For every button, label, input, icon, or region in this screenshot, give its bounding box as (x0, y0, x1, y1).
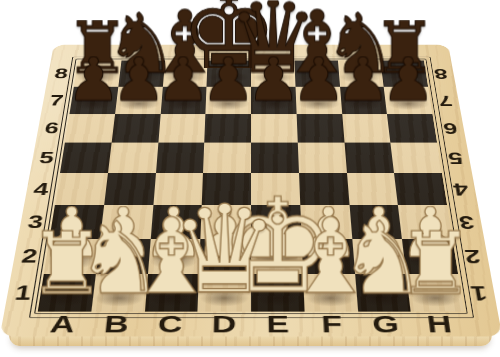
pieces-layer: ♜♞♝♚♛♝♞♜♟♟♟♟♟♟♟♟♟♟♟♟♟♟♟♟♜♞♝♛♚♝♞♜ (0, 45, 500, 337)
chess-set-product-photo: 88A77B66C55D44E33F22G11H ♜♞♝♚♛♝♞♜♟♟♟♟♟♟♟… (0, 0, 500, 357)
chess-board: 88A77B66C55D44E33F22G11H ♜♞♝♚♛♝♞♜♟♟♟♟♟♟♟… (0, 45, 500, 337)
board-scene: 88A77B66C55D44E33F22G11H ♜♞♝♚♛♝♞♜♟♟♟♟♟♟♟… (30, 0, 472, 357)
piece-white-bishop-f1[interactable]: ♝ (247, 215, 413, 298)
piece-white-bishop-c1[interactable]: ♝ (89, 215, 255, 298)
piece-black-pawn-h7[interactable]: ♟ (338, 56, 479, 104)
